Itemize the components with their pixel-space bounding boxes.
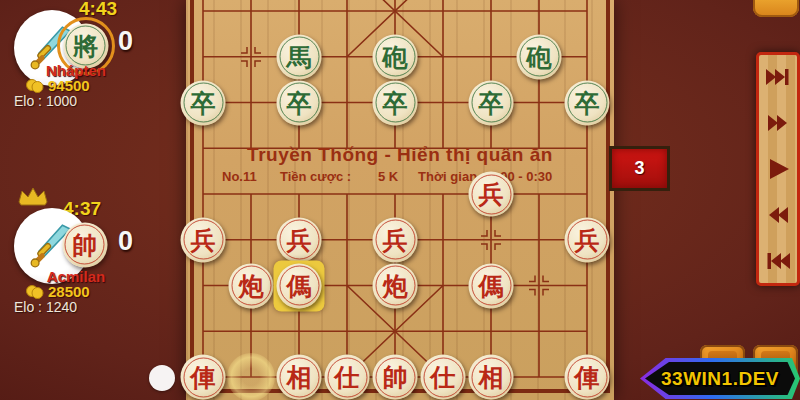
- piece-black-卒[interactable]: 卒: [181, 80, 226, 125]
- piece-black-卒[interactable]: 卒: [469, 80, 514, 125]
- room-title: Truyền Thống - Hiển thị quân ăn: [186, 144, 614, 166]
- play-button[interactable]: [763, 157, 793, 181]
- coin-icon: [26, 282, 44, 300]
- piece-black-砲[interactable]: 砲: [373, 34, 418, 79]
- piece-red-兵[interactable]: 兵: [469, 172, 514, 217]
- piece-red-仕[interactable]: 仕: [325, 355, 370, 400]
- move-count-badge: 3: [609, 146, 670, 191]
- skip-to-start-icon: [765, 251, 791, 271]
- piece-red-帥[interactable]: 帥: [373, 355, 418, 400]
- play-icon: [765, 158, 791, 180]
- piece-red-炮[interactable]: 炮: [373, 263, 418, 308]
- elo-bottom: Elo : 1240: [14, 299, 77, 315]
- watermark-banner: 33WIN1.DEV: [640, 358, 800, 399]
- captures-bottom: 0: [118, 226, 133, 257]
- rewind-button[interactable]: [763, 203, 793, 227]
- skip-to-start-button[interactable]: [763, 249, 793, 273]
- rewind-icon: [765, 205, 791, 225]
- coins-top: 94500: [48, 77, 90, 94]
- piece-red-兵[interactable]: 兵: [277, 217, 322, 262]
- piece-black-卒[interactable]: 卒: [373, 80, 418, 125]
- watermark-text: 33WIN1.DEV: [661, 368, 779, 390]
- piece-red-相[interactable]: 相: [277, 355, 322, 400]
- room-number: No.11: [222, 169, 257, 184]
- coins-bottom: 28500: [48, 283, 90, 300]
- piece-red-兵[interactable]: 兵: [181, 217, 226, 262]
- elo-top: Elo : 1000: [14, 93, 77, 109]
- fast-forward-button[interactable]: [763, 111, 793, 135]
- piece-red-仕[interactable]: 仕: [421, 355, 466, 400]
- piece-red-傌[interactable]: 傌: [277, 263, 322, 308]
- piece-red-兵[interactable]: 兵: [373, 217, 418, 262]
- piece-red-炮[interactable]: 炮: [229, 263, 274, 308]
- crown-icon: [16, 186, 50, 206]
- xiangqi-board[interactable]: Truyền Thống - Hiển thị quân ăn No.11 Ti…: [186, 0, 614, 400]
- piece-red-俥[interactable]: 俥: [181, 355, 226, 400]
- fast-forward-icon: [765, 113, 791, 133]
- side-indicator-red: 帥: [62, 222, 107, 267]
- top-right-button-partial[interactable]: [753, 0, 799, 17]
- last-move-origin-glow: [227, 353, 275, 400]
- piece-red-傌[interactable]: 傌: [469, 263, 514, 308]
- bet-label: Tiền cược :: [280, 169, 351, 184]
- piece-black-卒[interactable]: 卒: [565, 80, 610, 125]
- piece-red-兵[interactable]: 兵: [565, 217, 610, 262]
- bet-value: 5 K: [378, 169, 398, 184]
- piece-red-俥[interactable]: 俥: [565, 355, 610, 400]
- skip-to-end-button[interactable]: [763, 65, 793, 89]
- skip-to-end-icon: [765, 67, 791, 87]
- coin-icon: [26, 76, 44, 94]
- piece-black-馬[interactable]: 馬: [277, 34, 322, 79]
- piece-red-相[interactable]: 相: [469, 355, 514, 400]
- floating-dot-button[interactable]: [149, 365, 175, 391]
- replay-control-panel: [756, 52, 800, 286]
- piece-black-砲[interactable]: 砲: [517, 34, 562, 79]
- captures-top: 0: [118, 26, 133, 57]
- piece-black-卒[interactable]: 卒: [277, 80, 322, 125]
